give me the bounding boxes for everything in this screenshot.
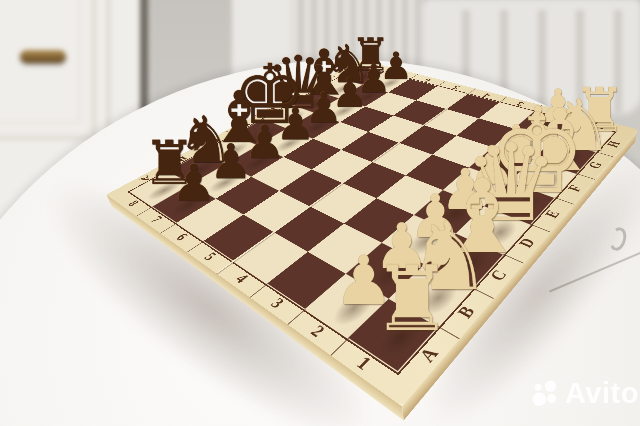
rank-label-text: 7 (147, 214, 166, 226)
rank-far-label-text: 6 (422, 77, 434, 83)
rank-far-label-text: 5 (450, 84, 462, 90)
drawer-handle-icon (20, 50, 66, 63)
rank-label-text: 8 (124, 198, 142, 209)
photo-scene: ABCDEFGH 87654321 87654321 ABCDEFGH ♜♞♝♚… (0, 0, 640, 426)
rank-label-text: 5 (200, 250, 220, 264)
rank-far-label-text: 8 (371, 64, 382, 69)
rank-label-text: 2 (306, 322, 329, 341)
rank-label-text: 3 (266, 295, 288, 312)
piece-black-pawn: ♟ (171, 158, 216, 209)
square-d5 (312, 150, 372, 183)
rank-far-label-text: 7 (395, 71, 406, 76)
rank-label-text: 4 (231, 271, 252, 286)
rank-label-text: 6 (172, 231, 191, 244)
avito-watermark: Avito (532, 377, 639, 410)
watermark-text: Avito (565, 377, 639, 410)
rank-label-text: 1 (352, 352, 376, 374)
piece-white-rook: ♜ (372, 254, 453, 344)
avito-logo-icon (532, 380, 559, 407)
